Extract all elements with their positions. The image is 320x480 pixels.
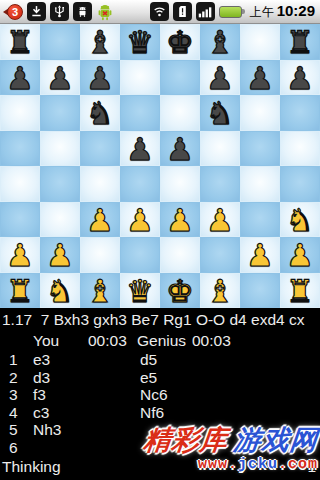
square-e8[interactable]: ♚ xyxy=(160,24,200,60)
square-b5[interactable] xyxy=(40,131,80,167)
piece-black-pawn: ♟ xyxy=(120,131,160,167)
piece-white-rook: ♜ xyxy=(280,273,320,309)
piece-black-pawn: ♟ xyxy=(160,131,200,167)
square-h8[interactable]: ♜ xyxy=(280,24,320,60)
square-g5[interactable] xyxy=(240,131,280,167)
move-number: 3 xyxy=(0,386,33,404)
piece-white-bishop: ♝ xyxy=(200,273,240,309)
square-a8[interactable]: ♜ xyxy=(0,24,40,60)
status-clock-time: 10:29 xyxy=(277,2,315,19)
move-number: 5 xyxy=(0,421,33,439)
square-e3[interactable]: ♟ xyxy=(160,202,200,238)
move-row: 5Nh3 xyxy=(0,421,320,439)
square-e5[interactable]: ♟ xyxy=(160,131,200,167)
piece-white-pawn: ♟ xyxy=(160,202,200,238)
square-d7[interactable] xyxy=(120,60,160,96)
square-b4[interactable] xyxy=(40,166,80,202)
download-icon xyxy=(27,2,46,21)
square-g1[interactable] xyxy=(240,273,280,309)
chess-board: ♜♝♛♚♝♜♟♟♟♟♟♟♞♞♟♟♟♟♟♟♞♟♟♟♟♜♞♝♛♚♝♜ xyxy=(0,24,320,308)
black-move xyxy=(140,421,320,439)
piece-white-king: ♚ xyxy=(160,273,200,309)
square-f2[interactable] xyxy=(200,237,240,273)
white-move: f3 xyxy=(33,386,140,404)
square-a4[interactable] xyxy=(0,166,40,202)
piece-black-pawn: ♟ xyxy=(240,60,280,96)
square-h1[interactable]: ♜ xyxy=(280,273,320,309)
square-f7[interactable]: ♟ xyxy=(200,60,240,96)
piece-white-knight: ♞ xyxy=(280,202,320,238)
piece-white-bishop: ♝ xyxy=(80,273,120,309)
piece-black-rook: ♜ xyxy=(280,24,320,60)
square-c5[interactable] xyxy=(80,131,120,167)
square-e7[interactable] xyxy=(160,60,200,96)
move-number: 1 xyxy=(0,351,33,369)
square-e4[interactable] xyxy=(160,166,200,202)
usb-icon xyxy=(50,2,69,21)
square-c3[interactable]: ♟ xyxy=(80,202,120,238)
square-a5[interactable] xyxy=(0,131,40,167)
status-clock-ampm: 上午 xyxy=(250,5,274,19)
square-b2[interactable]: ♟ xyxy=(40,237,80,273)
square-d2[interactable] xyxy=(120,237,160,273)
square-e6[interactable] xyxy=(160,95,200,131)
status-bar[interactable]: 3 上午10:29 xyxy=(0,0,320,24)
engine-analysis-line: 1.17 7 Bxh3 gxh3 Be7 Rg1 O-O d4 exd4 cx xyxy=(0,310,320,330)
black-move: Nc6 xyxy=(140,386,320,404)
square-d8[interactable]: ♛ xyxy=(120,24,160,60)
black-move: d5 xyxy=(140,351,320,369)
move-row: 3f3Nc6 xyxy=(0,386,320,404)
square-h7[interactable]: ♟ xyxy=(280,60,320,96)
piece-white-pawn: ♟ xyxy=(280,237,320,273)
piece-white-queen: ♛ xyxy=(120,273,160,309)
piece-white-pawn: ♟ xyxy=(200,202,240,238)
piece-white-rook: ♜ xyxy=(0,273,40,309)
wifi-icon xyxy=(150,2,169,21)
piece-white-pawn: ♟ xyxy=(0,237,40,273)
piece-black-rook: ♜ xyxy=(0,24,40,60)
black-move: Nf6 xyxy=(140,404,320,422)
square-a1[interactable]: ♜ xyxy=(0,273,40,309)
square-d6[interactable] xyxy=(120,95,160,131)
status-clock: 上午10:29 xyxy=(246,2,317,21)
piece-black-pawn: ♟ xyxy=(0,60,40,96)
white-move xyxy=(33,439,140,457)
square-g2[interactable]: ♟ xyxy=(240,237,280,273)
square-g8[interactable] xyxy=(240,24,280,60)
move-number: 6 xyxy=(0,439,33,457)
square-f5[interactable] xyxy=(200,131,240,167)
square-c1[interactable]: ♝ xyxy=(80,273,120,309)
move-row: 1e3d5 xyxy=(0,351,320,369)
square-b8[interactable] xyxy=(40,24,80,60)
square-d3[interactable]: ♟ xyxy=(120,202,160,238)
phone-screen: 3 上午10:29 ♜♝♛♚♝♜♟♟♟♟♟♟♞♞♟♟♟♟♟♟♞♟♟♟♟♜♞♝♛♚… xyxy=(0,0,320,480)
move-number: 2 xyxy=(0,369,33,387)
piece-white-pawn: ♟ xyxy=(40,237,80,273)
square-c4[interactable] xyxy=(80,166,120,202)
square-g3[interactable] xyxy=(240,202,280,238)
move-list: 1e3d52d3e53f3Nc64c3Nf65Nh36 xyxy=(0,351,320,456)
piece-black-pawn: ♟ xyxy=(200,60,240,96)
black-player-time: 00:03 xyxy=(192,330,231,351)
piece-black-knight: ♞ xyxy=(80,95,120,131)
square-d5[interactable]: ♟ xyxy=(120,131,160,167)
square-a3[interactable] xyxy=(0,202,40,238)
white-player-name: You xyxy=(33,330,59,351)
piece-black-queen: ♛ xyxy=(120,24,160,60)
square-g4[interactable] xyxy=(240,166,280,202)
android-mascot-icon xyxy=(96,2,114,21)
white-move: d3 xyxy=(33,369,140,387)
square-d1[interactable]: ♛ xyxy=(120,273,160,309)
square-h5[interactable] xyxy=(280,131,320,167)
square-h4[interactable] xyxy=(280,166,320,202)
white-move: c3 xyxy=(33,404,140,422)
square-a2[interactable]: ♟ xyxy=(0,237,40,273)
engine-status: Thinking 1 xyxy=(0,456,320,477)
piece-white-knight: ♞ xyxy=(40,273,80,309)
move-row: 6 xyxy=(0,439,320,457)
square-f6[interactable]: ♞ xyxy=(200,95,240,131)
square-c7[interactable]: ♟ xyxy=(80,60,120,96)
square-h2[interactable]: ♟ xyxy=(280,237,320,273)
move-number: 4 xyxy=(0,404,33,422)
battery-icon xyxy=(219,6,242,18)
square-h6[interactable] xyxy=(280,95,320,131)
piece-black-bishop: ♝ xyxy=(80,24,120,60)
black-move: e5 xyxy=(140,369,320,387)
player-clocks: You 00:03 Genius 00:03 xyxy=(0,330,320,351)
square-h3[interactable]: ♞ xyxy=(280,202,320,238)
android-icon xyxy=(73,2,92,21)
move-row: 2d3e5 xyxy=(0,369,320,387)
square-e2[interactable] xyxy=(160,237,200,273)
square-b1[interactable]: ♞ xyxy=(40,273,80,309)
piece-black-pawn: ♟ xyxy=(80,60,120,96)
piece-white-pawn: ♟ xyxy=(120,202,160,238)
square-b6[interactable] xyxy=(40,95,80,131)
black-move xyxy=(140,439,320,457)
engine-status-text: Thinking xyxy=(2,458,61,475)
piece-black-king: ♚ xyxy=(160,24,200,60)
square-f1[interactable]: ♝ xyxy=(200,273,240,309)
white-player-time: 00:03 xyxy=(88,330,127,351)
notification-count: 3 xyxy=(7,4,23,20)
square-f8[interactable]: ♝ xyxy=(200,24,240,60)
counter-text: 1 xyxy=(307,456,316,477)
notification-badge: 3 xyxy=(3,4,23,20)
piece-white-pawn: ♟ xyxy=(80,202,120,238)
square-g7[interactable]: ♟ xyxy=(240,60,280,96)
square-g6[interactable] xyxy=(240,95,280,131)
piece-white-pawn: ♟ xyxy=(240,237,280,273)
square-d4[interactable] xyxy=(120,166,160,202)
white-move: Nh3 xyxy=(33,421,140,439)
piece-black-knight: ♞ xyxy=(200,95,240,131)
square-f4[interactable] xyxy=(200,166,240,202)
no-sim-icon xyxy=(173,2,192,21)
square-c8[interactable]: ♝ xyxy=(80,24,120,60)
piece-black-pawn: ♟ xyxy=(40,60,80,96)
piece-black-bishop: ♝ xyxy=(200,24,240,60)
square-e1[interactable]: ♚ xyxy=(160,273,200,309)
square-b3[interactable] xyxy=(40,202,80,238)
square-a6[interactable] xyxy=(0,95,40,131)
square-a7[interactable]: ♟ xyxy=(0,60,40,96)
square-c6[interactable]: ♞ xyxy=(80,95,120,131)
white-move: e3 xyxy=(33,351,140,369)
square-b7[interactable]: ♟ xyxy=(40,60,80,96)
game-info-panel: 1.17 7 Bxh3 gxh3 Be7 Rg1 O-O d4 exd4 cx … xyxy=(0,308,320,480)
square-f3[interactable]: ♟ xyxy=(200,202,240,238)
black-player-name: Genius xyxy=(137,330,186,351)
piece-black-pawn: ♟ xyxy=(280,60,320,96)
square-c2[interactable] xyxy=(80,237,120,273)
signal-icon xyxy=(196,2,215,21)
move-row: 4c3Nf6 xyxy=(0,404,320,422)
